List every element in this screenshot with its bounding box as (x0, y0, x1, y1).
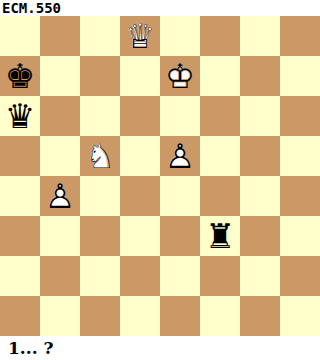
square-e3[interactable] (160, 216, 200, 256)
square-c5[interactable]: ♞♘ (80, 136, 120, 176)
square-d3[interactable] (120, 216, 160, 256)
square-g2[interactable] (240, 256, 280, 296)
square-h8[interactable] (280, 16, 320, 56)
square-f4[interactable] (200, 176, 240, 216)
square-d1[interactable] (120, 296, 160, 336)
square-b5[interactable] (40, 136, 80, 176)
square-e2[interactable] (160, 256, 200, 296)
piece-wQ-d8: ♕ (120, 16, 160, 56)
piece-wK-e7: ♔ (160, 56, 200, 96)
piece-wQ-d8-fill: ♛ (120, 16, 160, 56)
square-f6[interactable] (200, 96, 240, 136)
square-a2[interactable] (0, 256, 40, 296)
square-h2[interactable] (280, 256, 320, 296)
square-f2[interactable] (200, 256, 240, 296)
square-c2[interactable] (80, 256, 120, 296)
square-c7[interactable] (80, 56, 120, 96)
piece-wP-e5: ♙ (160, 136, 200, 176)
square-e7[interactable]: ♚♔ (160, 56, 200, 96)
square-c4[interactable] (80, 176, 120, 216)
square-c3[interactable] (80, 216, 120, 256)
chess-exercise-screen: ECM.550 ♛♕♚♚♔♛♞♘♟♙♟♙♜ 1... ? (0, 0, 320, 360)
square-a5[interactable] (0, 136, 40, 176)
square-b7[interactable] (40, 56, 80, 96)
square-f5[interactable] (200, 136, 240, 176)
square-g5[interactable] (240, 136, 280, 176)
square-d2[interactable] (120, 256, 160, 296)
square-b6[interactable] (40, 96, 80, 136)
piece-wP-b4: ♙ (40, 176, 80, 216)
square-b2[interactable] (40, 256, 80, 296)
square-h1[interactable] (280, 296, 320, 336)
piece-bR-f3: ♜ (200, 216, 240, 256)
square-a6[interactable]: ♛ (0, 96, 40, 136)
piece-wP-b4-fill: ♟ (40, 176, 80, 216)
square-f8[interactable] (200, 16, 240, 56)
square-a1[interactable] (0, 296, 40, 336)
square-d4[interactable] (120, 176, 160, 216)
square-a8[interactable] (0, 16, 40, 56)
square-b8[interactable] (40, 16, 80, 56)
square-f7[interactable] (200, 56, 240, 96)
square-b1[interactable] (40, 296, 80, 336)
square-e8[interactable] (160, 16, 200, 56)
square-a3[interactable] (0, 216, 40, 256)
square-d5[interactable] (120, 136, 160, 176)
square-g8[interactable] (240, 16, 280, 56)
exercise-title: ECM.550 (2, 0, 61, 16)
piece-wK-e7-fill: ♚ (160, 56, 200, 96)
piece-bK-a7: ♚ (0, 56, 40, 96)
square-c8[interactable] (80, 16, 120, 56)
square-g6[interactable] (240, 96, 280, 136)
square-d7[interactable] (120, 56, 160, 96)
square-e1[interactable] (160, 296, 200, 336)
header-bar: ECM.550 (0, 0, 320, 16)
square-d6[interactable] (120, 96, 160, 136)
square-b3[interactable] (40, 216, 80, 256)
square-h4[interactable] (280, 176, 320, 216)
square-a7[interactable]: ♚ (0, 56, 40, 96)
square-h3[interactable] (280, 216, 320, 256)
square-h5[interactable] (280, 136, 320, 176)
piece-bQ-a6: ♛ (0, 96, 40, 136)
square-g3[interactable] (240, 216, 280, 256)
square-b4[interactable]: ♟♙ (40, 176, 80, 216)
square-c1[interactable] (80, 296, 120, 336)
square-g4[interactable] (240, 176, 280, 216)
chess-board: ♛♕♚♚♔♛♞♘♟♙♟♙♜ (0, 16, 320, 336)
square-h7[interactable] (280, 56, 320, 96)
square-e4[interactable] (160, 176, 200, 216)
square-e5[interactable]: ♟♙ (160, 136, 200, 176)
square-h6[interactable] (280, 96, 320, 136)
move-prompt: 1... ? (8, 337, 53, 359)
square-f1[interactable] (200, 296, 240, 336)
square-e6[interactable] (160, 96, 200, 136)
square-g7[interactable] (240, 56, 280, 96)
square-g1[interactable] (240, 296, 280, 336)
square-a4[interactable] (0, 176, 40, 216)
piece-wN-c5-fill: ♞ (80, 136, 120, 176)
piece-wN-c5: ♘ (80, 136, 120, 176)
square-c6[interactable] (80, 96, 120, 136)
square-d8[interactable]: ♛♕ (120, 16, 160, 56)
footer-bar: 1... ? (0, 336, 320, 360)
piece-wP-e5-fill: ♟ (160, 136, 200, 176)
square-f3[interactable]: ♜ (200, 216, 240, 256)
